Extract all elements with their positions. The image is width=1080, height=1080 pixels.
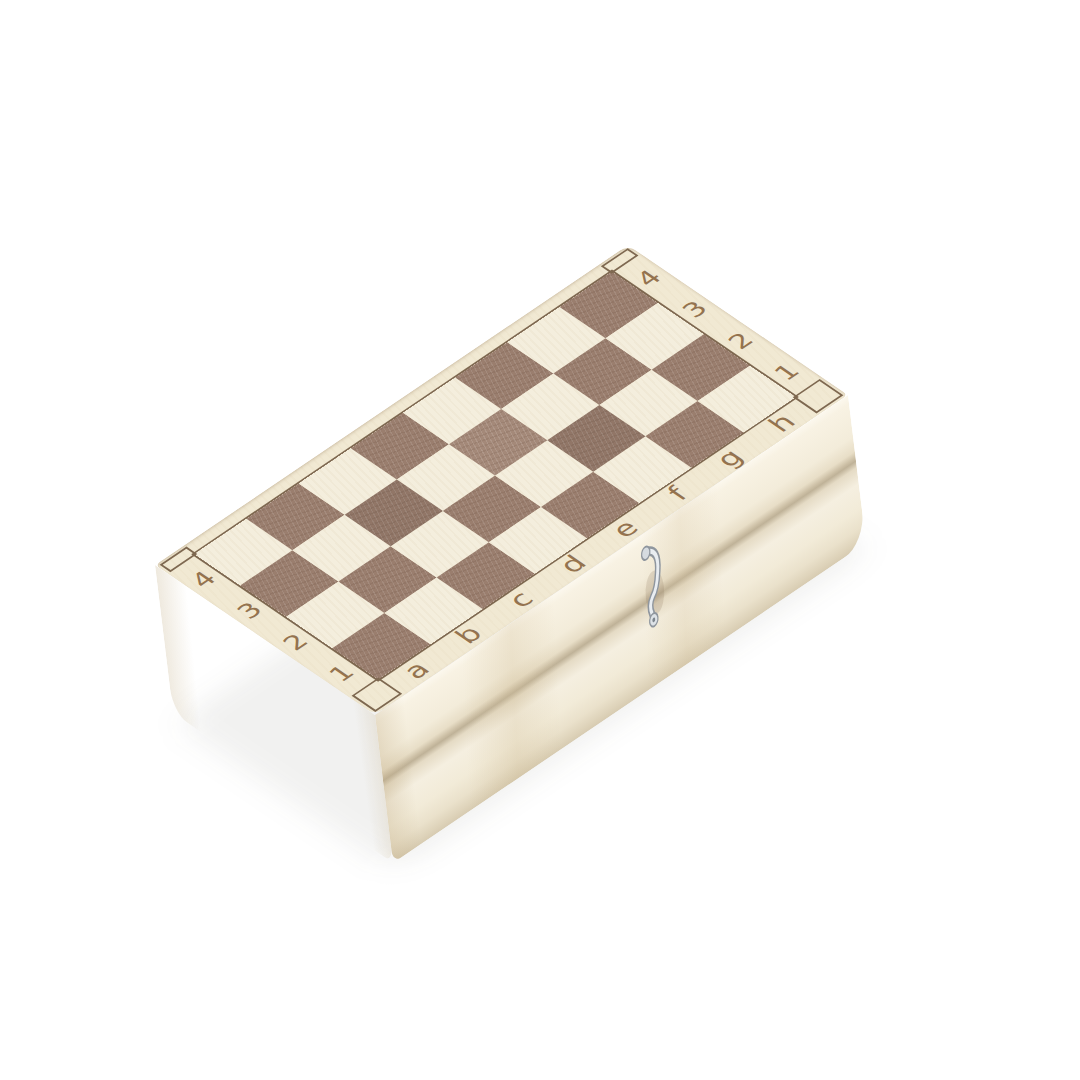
product-photo-stage: abcdefgh 4321 4321: [0, 0, 1080, 1080]
clasp-latch-icon: [634, 532, 674, 654]
clasp-top-screw: [641, 544, 651, 562]
